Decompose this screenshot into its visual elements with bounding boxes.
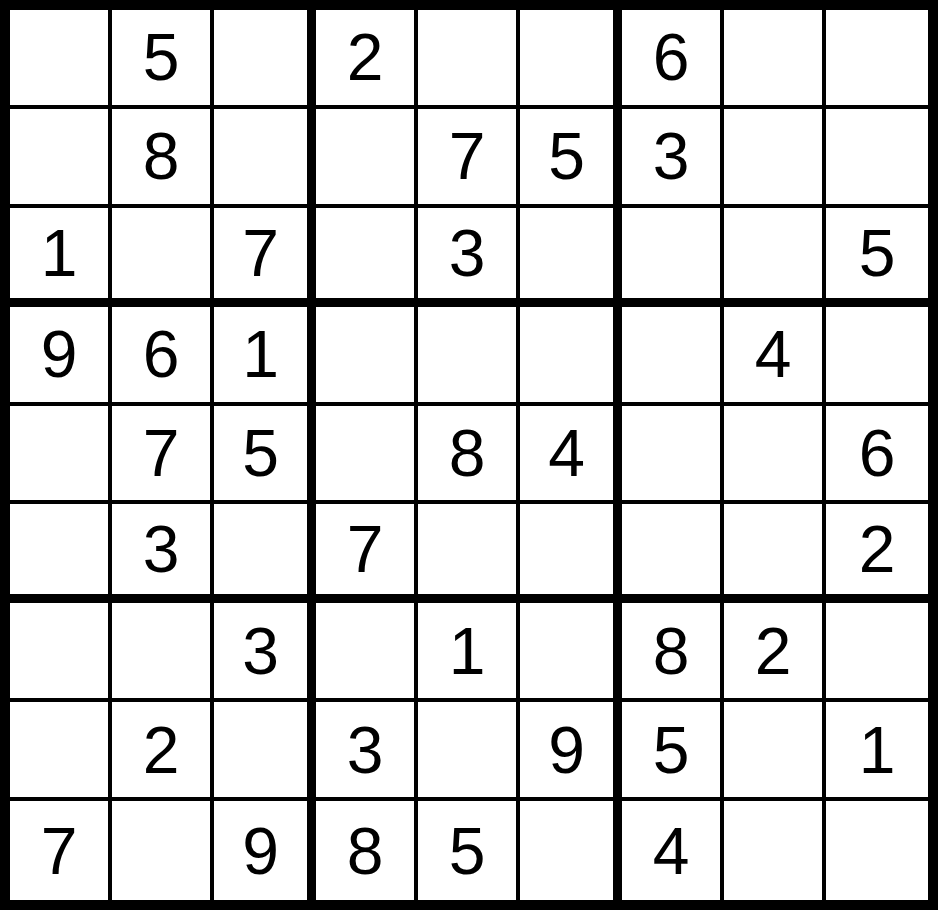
cell-r2c1[interactable] (10, 109, 112, 208)
cell-r9c9[interactable] (826, 801, 928, 900)
cell-r1c5[interactable] (418, 10, 520, 109)
given-digit: 5 (242, 420, 279, 486)
cell-r1c3[interactable] (214, 10, 316, 109)
given-digit: 1 (859, 717, 896, 783)
given-digit: 8 (347, 818, 384, 884)
cell-r2c3[interactable] (214, 109, 316, 208)
given-digit: 5 (449, 818, 486, 884)
cell-r5c8[interactable] (724, 406, 826, 505)
cell-r9c3[interactable]: 9 (214, 801, 316, 900)
cell-r7c9[interactable] (826, 603, 928, 702)
cell-r6c1[interactable] (10, 504, 112, 603)
cell-r4c3[interactable]: 1 (214, 307, 316, 406)
cell-r5c9[interactable]: 6 (826, 406, 928, 505)
cell-r4c7[interactable] (622, 307, 724, 406)
given-digit: 9 (242, 818, 279, 884)
given-digit: 8 (653, 618, 690, 684)
cell-r2c9[interactable] (826, 109, 928, 208)
cell-r4c6[interactable] (520, 307, 622, 406)
cell-r3c8[interactable] (724, 208, 826, 307)
given-digit: 2 (347, 24, 384, 90)
given-digit: 5 (859, 220, 896, 286)
cell-r3c4[interactable] (316, 208, 418, 307)
cell-r5c7[interactable] (622, 406, 724, 505)
cell-r8c5[interactable] (418, 702, 520, 801)
cell-r6c9[interactable]: 2 (826, 504, 928, 603)
cell-r2c5[interactable]: 7 (418, 109, 520, 208)
cell-r3c2[interactable] (112, 208, 214, 307)
given-digit: 6 (143, 321, 180, 387)
cell-r7c8[interactable]: 2 (724, 603, 826, 702)
cell-r7c2[interactable] (112, 603, 214, 702)
cell-r1c9[interactable] (826, 10, 928, 109)
cell-r8c3[interactable] (214, 702, 316, 801)
given-digit: 1 (242, 321, 279, 387)
given-digit: 3 (347, 717, 384, 783)
cell-r6c3[interactable] (214, 504, 316, 603)
cell-r9c4[interactable]: 8 (316, 801, 418, 900)
cell-r9c6[interactable] (520, 801, 622, 900)
cell-r5c2[interactable]: 7 (112, 406, 214, 505)
given-digit: 7 (449, 123, 486, 189)
cell-r6c6[interactable] (520, 504, 622, 603)
given-digit: 5 (143, 24, 180, 90)
cell-r4c5[interactable] (418, 307, 520, 406)
cell-r5c6[interactable]: 4 (520, 406, 622, 505)
given-digit: 1 (449, 618, 486, 684)
cell-r3c5[interactable]: 3 (418, 208, 520, 307)
cell-r3c9[interactable]: 5 (826, 208, 928, 307)
given-digit: 3 (242, 618, 279, 684)
given-digit: 7 (41, 818, 78, 884)
cell-r6c8[interactable] (724, 504, 826, 603)
cell-r2c7[interactable]: 3 (622, 109, 724, 208)
cell-r8c4[interactable]: 3 (316, 702, 418, 801)
given-digit: 6 (653, 24, 690, 90)
cell-r8c1[interactable] (10, 702, 112, 801)
cell-r9c8[interactable] (724, 801, 826, 900)
cell-r6c4[interactable]: 7 (316, 504, 418, 603)
cell-r8c6[interactable]: 9 (520, 702, 622, 801)
given-digit: 6 (859, 420, 896, 486)
cell-r1c1[interactable] (10, 10, 112, 109)
cell-r8c9[interactable]: 1 (826, 702, 928, 801)
given-digit: 7 (347, 516, 384, 582)
given-digit: 3 (449, 220, 486, 286)
cell-r7c6[interactable] (520, 603, 622, 702)
cell-r8c8[interactable] (724, 702, 826, 801)
given-digit: 9 (548, 717, 585, 783)
cell-r8c2[interactable]: 2 (112, 702, 214, 801)
cell-r4c1[interactable]: 9 (10, 307, 112, 406)
cell-r7c7[interactable]: 8 (622, 603, 724, 702)
cell-r5c5[interactable]: 8 (418, 406, 520, 505)
cell-r5c4[interactable] (316, 406, 418, 505)
given-digit: 7 (242, 220, 279, 286)
cell-r2c6[interactable]: 5 (520, 109, 622, 208)
cell-r1c7[interactable]: 6 (622, 10, 724, 109)
cell-r3c7[interactable] (622, 208, 724, 307)
given-digit: 9 (41, 321, 78, 387)
cell-r6c7[interactable] (622, 504, 724, 603)
given-digit: 2 (755, 618, 792, 684)
cell-r6c5[interactable] (418, 504, 520, 603)
cell-r1c2[interactable]: 5 (112, 10, 214, 109)
cell-r2c8[interactable] (724, 109, 826, 208)
given-digit: 8 (143, 123, 180, 189)
cell-r9c2[interactable] (112, 801, 214, 900)
cell-r7c4[interactable] (316, 603, 418, 702)
cell-r1c4[interactable]: 2 (316, 10, 418, 109)
cell-r6c2[interactable]: 3 (112, 504, 214, 603)
given-digit: 8 (449, 420, 486, 486)
given-digit: 3 (143, 516, 180, 582)
cell-r8c7[interactable]: 5 (622, 702, 724, 801)
given-digit: 1 (41, 220, 78, 286)
cell-r4c2[interactable]: 6 (112, 307, 214, 406)
cell-r4c9[interactable] (826, 307, 928, 406)
given-digit: 4 (653, 818, 690, 884)
cell-r9c5[interactable]: 5 (418, 801, 520, 900)
cell-r2c2[interactable]: 8 (112, 109, 214, 208)
given-digit: 4 (548, 420, 585, 486)
cell-r2c4[interactable] (316, 109, 418, 208)
cell-r7c1[interactable] (10, 603, 112, 702)
cell-r7c5[interactable]: 1 (418, 603, 520, 702)
cell-r1c6[interactable] (520, 10, 622, 109)
given-digit: 5 (653, 717, 690, 783)
cell-r9c7[interactable]: 4 (622, 801, 724, 900)
cell-r7c3[interactable]: 3 (214, 603, 316, 702)
cell-r5c3[interactable]: 5 (214, 406, 316, 505)
cell-r4c4[interactable] (316, 307, 418, 406)
cell-r1c8[interactable] (724, 10, 826, 109)
given-digit: 2 (143, 717, 180, 783)
cell-r5c1[interactable] (10, 406, 112, 505)
sudoku-board: 5268753173596147584637231822395179854 (0, 0, 938, 910)
cell-r9c1[interactable]: 7 (10, 801, 112, 900)
cell-r3c6[interactable] (520, 208, 622, 307)
given-digit: 2 (859, 516, 896, 582)
given-digit: 3 (653, 123, 690, 189)
cell-r3c1[interactable]: 1 (10, 208, 112, 307)
cell-r3c3[interactable]: 7 (214, 208, 316, 307)
given-digit: 5 (548, 123, 585, 189)
given-digit: 4 (755, 321, 792, 387)
given-digit: 7 (143, 420, 180, 486)
cell-r4c8[interactable]: 4 (724, 307, 826, 406)
